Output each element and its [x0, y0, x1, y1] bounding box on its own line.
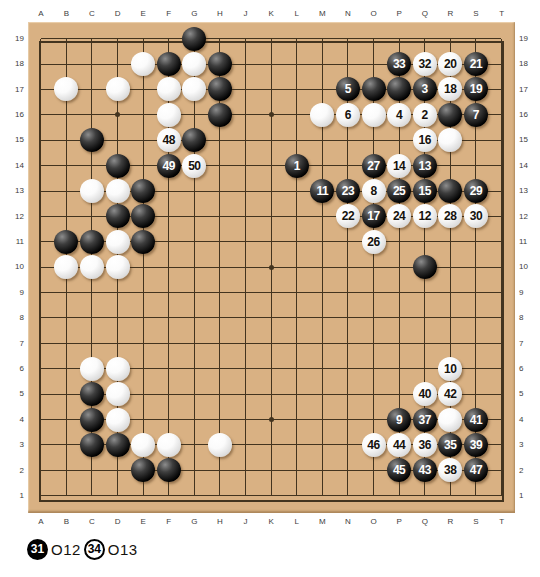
board-intersection[interactable]: [335, 255, 361, 280]
board-intersection[interactable]: [386, 280, 412, 305]
board-intersection[interactable]: [207, 26, 233, 51]
board-intersection[interactable]: [284, 255, 310, 280]
board-intersection[interactable]: [130, 178, 156, 203]
board-intersection[interactable]: [463, 356, 489, 381]
board-intersection[interactable]: [156, 255, 182, 280]
board-intersection[interactable]: [28, 204, 54, 229]
board-intersection[interactable]: [79, 483, 105, 508]
board-intersection[interactable]: [105, 178, 131, 203]
board-intersection[interactable]: [361, 483, 387, 508]
board-intersection[interactable]: [156, 458, 182, 483]
board-intersection[interactable]: [310, 407, 336, 432]
board-intersection[interactable]: [156, 204, 182, 229]
board-intersection[interactable]: 12: [412, 204, 438, 229]
board-intersection[interactable]: [284, 356, 310, 381]
board-intersection[interactable]: 37: [412, 407, 438, 432]
board-intersection[interactable]: [489, 229, 515, 254]
board-intersection[interactable]: 8: [361, 178, 387, 203]
board-intersection[interactable]: [258, 102, 284, 127]
board-intersection[interactable]: [412, 305, 438, 330]
board-intersection[interactable]: [207, 458, 233, 483]
board-intersection[interactable]: [361, 280, 387, 305]
board-intersection[interactable]: [130, 153, 156, 178]
board-intersection[interactable]: [335, 305, 361, 330]
board-intersection[interactable]: [207, 331, 233, 356]
board-intersection[interactable]: [79, 229, 105, 254]
board-intersection[interactable]: [207, 255, 233, 280]
board-intersection[interactable]: [28, 381, 54, 406]
board-intersection[interactable]: [310, 432, 336, 457]
board-intersection[interactable]: [438, 153, 464, 178]
board-intersection[interactable]: [258, 483, 284, 508]
board-intersection[interactable]: [258, 229, 284, 254]
board-intersection[interactable]: 49: [156, 153, 182, 178]
board-intersection[interactable]: [258, 458, 284, 483]
board-intersection[interactable]: [335, 356, 361, 381]
board-intersection[interactable]: 33: [386, 51, 412, 76]
board-intersection[interactable]: [284, 178, 310, 203]
board-intersection[interactable]: 30: [463, 204, 489, 229]
board-intersection[interactable]: [361, 407, 387, 432]
board-intersection[interactable]: [489, 204, 515, 229]
board-intersection[interactable]: [182, 102, 208, 127]
board-intersection[interactable]: [233, 381, 259, 406]
board-intersection[interactable]: [463, 26, 489, 51]
board-intersection[interactable]: [310, 280, 336, 305]
board-intersection[interactable]: [386, 381, 412, 406]
board-intersection[interactable]: [284, 407, 310, 432]
board-intersection[interactable]: [361, 458, 387, 483]
board-intersection[interactable]: [310, 483, 336, 508]
board-intersection[interactable]: [182, 280, 208, 305]
board-intersection[interactable]: 18: [438, 77, 464, 102]
board-intersection[interactable]: [156, 26, 182, 51]
board-intersection[interactable]: [156, 305, 182, 330]
board-intersection[interactable]: [284, 229, 310, 254]
board-intersection[interactable]: [386, 229, 412, 254]
board-intersection[interactable]: [489, 381, 515, 406]
board-intersection[interactable]: [438, 407, 464, 432]
board-intersection[interactable]: [54, 483, 80, 508]
board-intersection[interactable]: [79, 356, 105, 381]
board-intersection[interactable]: [386, 255, 412, 280]
board-intersection[interactable]: [284, 432, 310, 457]
board-intersection[interactable]: 4: [386, 102, 412, 127]
board-intersection[interactable]: [54, 432, 80, 457]
board-intersection[interactable]: [361, 356, 387, 381]
board-intersection[interactable]: [79, 305, 105, 330]
board-intersection[interactable]: [310, 153, 336, 178]
board-intersection[interactable]: 38: [438, 458, 464, 483]
board-intersection[interactable]: 9: [386, 407, 412, 432]
board-intersection[interactable]: [258, 407, 284, 432]
board-intersection[interactable]: [105, 483, 131, 508]
board-intersection[interactable]: [79, 407, 105, 432]
board-intersection[interactable]: [310, 229, 336, 254]
board-intersection[interactable]: [54, 305, 80, 330]
board-intersection[interactable]: [284, 26, 310, 51]
board-intersection[interactable]: [233, 26, 259, 51]
board-intersection[interactable]: 7: [463, 102, 489, 127]
board-intersection[interactable]: [156, 280, 182, 305]
board-intersection[interactable]: [361, 331, 387, 356]
board-intersection[interactable]: 39: [463, 432, 489, 457]
board-intersection[interactable]: [130, 483, 156, 508]
board-intersection[interactable]: [182, 77, 208, 102]
board-intersection[interactable]: [284, 77, 310, 102]
board-intersection[interactable]: [233, 102, 259, 127]
board-intersection[interactable]: [361, 255, 387, 280]
board-intersection[interactable]: [182, 381, 208, 406]
board-intersection[interactable]: [463, 331, 489, 356]
board-intersection[interactable]: [284, 483, 310, 508]
board-intersection[interactable]: [156, 178, 182, 203]
board-intersection[interactable]: [489, 305, 515, 330]
board-intersection[interactable]: [335, 26, 361, 51]
board-intersection[interactable]: [258, 204, 284, 229]
board-intersection[interactable]: 41: [463, 407, 489, 432]
board-intersection[interactable]: [54, 26, 80, 51]
board-intersection[interactable]: [335, 483, 361, 508]
board-intersection[interactable]: [207, 407, 233, 432]
board-intersection[interactable]: [207, 381, 233, 406]
board-intersection[interactable]: [79, 153, 105, 178]
board-intersection[interactable]: [182, 255, 208, 280]
board-intersection[interactable]: [182, 178, 208, 203]
board-intersection[interactable]: [156, 77, 182, 102]
board-intersection[interactable]: [489, 153, 515, 178]
board-intersection[interactable]: [258, 280, 284, 305]
board-intersection[interactable]: [258, 26, 284, 51]
board-intersection[interactable]: [233, 280, 259, 305]
board-intersection[interactable]: [284, 102, 310, 127]
board-intersection[interactable]: [182, 483, 208, 508]
board-intersection[interactable]: [412, 229, 438, 254]
board-intersection[interactable]: 48: [156, 128, 182, 153]
board-intersection[interactable]: 26: [361, 229, 387, 254]
board-intersection[interactable]: [489, 407, 515, 432]
board-intersection[interactable]: [54, 77, 80, 102]
board-intersection[interactable]: [335, 229, 361, 254]
board-intersection[interactable]: [258, 51, 284, 76]
board-intersection[interactable]: [233, 153, 259, 178]
board-intersection[interactable]: [284, 331, 310, 356]
board-intersection[interactable]: [156, 102, 182, 127]
board-intersection[interactable]: [284, 128, 310, 153]
board-intersection[interactable]: [335, 381, 361, 406]
board-intersection[interactable]: [438, 331, 464, 356]
board-intersection[interactable]: [156, 381, 182, 406]
board-intersection[interactable]: [489, 77, 515, 102]
board-intersection[interactable]: [386, 331, 412, 356]
board-intersection[interactable]: 13: [412, 153, 438, 178]
board-intersection[interactable]: [233, 407, 259, 432]
board-intersection[interactable]: 25: [386, 178, 412, 203]
board-intersection[interactable]: [79, 381, 105, 406]
board-intersection[interactable]: [105, 305, 131, 330]
board-intersection[interactable]: [130, 51, 156, 76]
board-intersection[interactable]: [258, 128, 284, 153]
board-intersection[interactable]: [54, 204, 80, 229]
board-intersection[interactable]: [233, 356, 259, 381]
board-intersection[interactable]: [207, 356, 233, 381]
board-intersection[interactable]: [463, 483, 489, 508]
board-intersection[interactable]: [233, 305, 259, 330]
board-intersection[interactable]: [105, 204, 131, 229]
board-intersection[interactable]: [310, 356, 336, 381]
board-intersection[interactable]: 2: [412, 102, 438, 127]
board-intersection[interactable]: [79, 204, 105, 229]
board-intersection[interactable]: [310, 458, 336, 483]
board-intersection[interactable]: 15: [412, 178, 438, 203]
board-intersection[interactable]: 14: [386, 153, 412, 178]
board-intersection[interactable]: [386, 305, 412, 330]
board-intersection[interactable]: [310, 381, 336, 406]
board-intersection[interactable]: [54, 458, 80, 483]
board-intersection[interactable]: [28, 51, 54, 76]
board-intersection[interactable]: [386, 77, 412, 102]
board-intersection[interactable]: [489, 458, 515, 483]
board-intersection[interactable]: 40: [412, 381, 438, 406]
board-intersection[interactable]: [284, 305, 310, 330]
board-intersection[interactable]: [207, 51, 233, 76]
board-intersection[interactable]: [54, 51, 80, 76]
board-intersection[interactable]: [207, 280, 233, 305]
board-intersection[interactable]: [463, 153, 489, 178]
board-intersection[interactable]: [105, 381, 131, 406]
board-intersection[interactable]: [489, 483, 515, 508]
board-intersection[interactable]: [207, 204, 233, 229]
board-intersection[interactable]: [182, 331, 208, 356]
board-intersection[interactable]: [489, 128, 515, 153]
board-intersection[interactable]: [130, 356, 156, 381]
board-intersection[interactable]: [54, 102, 80, 127]
board-intersection[interactable]: 16: [412, 128, 438, 153]
board-intersection[interactable]: [79, 432, 105, 457]
board-intersection[interactable]: [182, 128, 208, 153]
board-intersection[interactable]: [28, 229, 54, 254]
board-intersection[interactable]: [438, 280, 464, 305]
board-intersection[interactable]: [284, 458, 310, 483]
board-intersection[interactable]: [182, 51, 208, 76]
board-intersection[interactable]: [54, 178, 80, 203]
board-intersection[interactable]: [130, 381, 156, 406]
board-intersection[interactable]: [361, 305, 387, 330]
board-intersection[interactable]: [489, 331, 515, 356]
board-intersection[interactable]: [156, 356, 182, 381]
board-intersection[interactable]: [284, 204, 310, 229]
board-intersection[interactable]: [489, 432, 515, 457]
board-intersection[interactable]: [54, 153, 80, 178]
board-intersection[interactable]: 28: [438, 204, 464, 229]
board-intersection[interactable]: [233, 77, 259, 102]
board-intersection[interactable]: [28, 77, 54, 102]
board-intersection[interactable]: [412, 483, 438, 508]
board-intersection[interactable]: [489, 178, 515, 203]
board-intersection[interactable]: [335, 407, 361, 432]
board-intersection[interactable]: [463, 280, 489, 305]
board-intersection[interactable]: [284, 51, 310, 76]
board-intersection[interactable]: [130, 305, 156, 330]
board-intersection[interactable]: 17: [361, 204, 387, 229]
board-intersection[interactable]: [438, 229, 464, 254]
board-intersection[interactable]: [258, 77, 284, 102]
board-intersection[interactable]: [28, 128, 54, 153]
board-intersection[interactable]: 43: [412, 458, 438, 483]
board-intersection[interactable]: [130, 280, 156, 305]
board-intersection[interactable]: [284, 280, 310, 305]
board-intersection[interactable]: [258, 178, 284, 203]
board-intersection[interactable]: [233, 331, 259, 356]
board-intersection[interactable]: [438, 483, 464, 508]
board-intersection[interactable]: [130, 26, 156, 51]
board-intersection[interactable]: 50: [182, 153, 208, 178]
board-intersection[interactable]: [361, 102, 387, 127]
board-intersection[interactable]: [130, 229, 156, 254]
board-intersection[interactable]: [79, 102, 105, 127]
board-intersection[interactable]: [105, 356, 131, 381]
board-intersection[interactable]: [258, 331, 284, 356]
board-intersection[interactable]: [54, 280, 80, 305]
board-intersection[interactable]: [130, 432, 156, 457]
board-intersection[interactable]: [207, 178, 233, 203]
board-intersection[interactable]: [386, 356, 412, 381]
board-intersection[interactable]: [28, 280, 54, 305]
board-intersection[interactable]: [28, 356, 54, 381]
board-intersection[interactable]: [233, 483, 259, 508]
board-intersection[interactable]: [335, 153, 361, 178]
board-intersection[interactable]: [207, 128, 233, 153]
board-intersection[interactable]: [233, 178, 259, 203]
board-intersection[interactable]: [386, 128, 412, 153]
board-intersection[interactable]: [233, 204, 259, 229]
board-intersection[interactable]: [361, 128, 387, 153]
board-intersection[interactable]: [258, 255, 284, 280]
board-intersection[interactable]: 10: [438, 356, 464, 381]
board-intersection[interactable]: [79, 255, 105, 280]
board-intersection[interactable]: [54, 229, 80, 254]
board-intersection[interactable]: [438, 102, 464, 127]
board-intersection[interactable]: 46: [361, 432, 387, 457]
board-intersection[interactable]: [233, 128, 259, 153]
board-intersection[interactable]: [335, 458, 361, 483]
board-intersection[interactable]: [182, 305, 208, 330]
board-intersection[interactable]: [310, 77, 336, 102]
board-intersection[interactable]: [489, 280, 515, 305]
board-intersection[interactable]: 19: [463, 77, 489, 102]
board-intersection[interactable]: [258, 356, 284, 381]
board-intersection[interactable]: [105, 255, 131, 280]
board-intersection[interactable]: [207, 102, 233, 127]
board-intersection[interactable]: [105, 432, 131, 457]
board-intersection[interactable]: 32: [412, 51, 438, 76]
board-intersection[interactable]: [207, 432, 233, 457]
board-intersection[interactable]: [28, 407, 54, 432]
board-intersection[interactable]: [105, 331, 131, 356]
board-intersection[interactable]: [412, 26, 438, 51]
board-intersection[interactable]: [489, 102, 515, 127]
board-intersection[interactable]: [182, 432, 208, 457]
board-intersection[interactable]: [463, 305, 489, 330]
board-intersection[interactable]: [105, 458, 131, 483]
board-intersection[interactable]: [105, 229, 131, 254]
board-intersection[interactable]: [258, 432, 284, 457]
board-intersection[interactable]: [28, 331, 54, 356]
board-intersection[interactable]: [310, 305, 336, 330]
board-intersection[interactable]: 42: [438, 381, 464, 406]
board-intersection[interactable]: [386, 26, 412, 51]
board-intersection[interactable]: [489, 51, 515, 76]
board-intersection[interactable]: [438, 255, 464, 280]
board-intersection[interactable]: 6: [335, 102, 361, 127]
board-intersection[interactable]: [233, 255, 259, 280]
board-intersection[interactable]: [105, 128, 131, 153]
board-intersection[interactable]: [310, 128, 336, 153]
board-intersection[interactable]: [79, 128, 105, 153]
board-intersection[interactable]: [310, 51, 336, 76]
board-intersection[interactable]: [335, 432, 361, 457]
board-intersection[interactable]: [489, 26, 515, 51]
board-intersection[interactable]: [258, 153, 284, 178]
board-intersection[interactable]: 23: [335, 178, 361, 203]
board-intersection[interactable]: [28, 102, 54, 127]
board-intersection[interactable]: [156, 483, 182, 508]
board-intersection[interactable]: [79, 51, 105, 76]
board-intersection[interactable]: [489, 255, 515, 280]
board-intersection[interactable]: [105, 280, 131, 305]
board-intersection[interactable]: [156, 407, 182, 432]
board-intersection[interactable]: [412, 255, 438, 280]
board-intersection[interactable]: [463, 381, 489, 406]
board-intersection[interactable]: [182, 458, 208, 483]
board-intersection[interactable]: [310, 26, 336, 51]
board-intersection[interactable]: [105, 153, 131, 178]
board-intersection[interactable]: 11: [310, 178, 336, 203]
board-intersection[interactable]: [233, 229, 259, 254]
board-intersection[interactable]: [284, 381, 310, 406]
board-intersection[interactable]: [258, 305, 284, 330]
board-intersection[interactable]: [310, 102, 336, 127]
board-intersection[interactable]: [79, 280, 105, 305]
board-intersection[interactable]: [463, 128, 489, 153]
board-intersection[interactable]: 45: [386, 458, 412, 483]
board-intersection[interactable]: 22: [335, 204, 361, 229]
board-intersection[interactable]: [105, 102, 131, 127]
board-intersection[interactable]: [463, 255, 489, 280]
board-intersection[interactable]: [54, 381, 80, 406]
board-intersection[interactable]: [105, 26, 131, 51]
board-intersection[interactable]: [207, 77, 233, 102]
board-intersection[interactable]: [130, 77, 156, 102]
board-intersection[interactable]: [105, 77, 131, 102]
board-intersection[interactable]: [54, 407, 80, 432]
board-intersection[interactable]: [361, 51, 387, 76]
board-intersection[interactable]: [182, 356, 208, 381]
board-intersection[interactable]: [182, 204, 208, 229]
board-intersection[interactable]: [28, 255, 54, 280]
board-intersection[interactable]: [310, 331, 336, 356]
board-intersection[interactable]: [310, 255, 336, 280]
board-intersection[interactable]: [386, 483, 412, 508]
board-intersection[interactable]: [361, 26, 387, 51]
board-intersection[interactable]: [28, 26, 54, 51]
board-intersection[interactable]: 35: [438, 432, 464, 457]
board-intersection[interactable]: [207, 229, 233, 254]
board-intersection[interactable]: [130, 204, 156, 229]
board-intersection[interactable]: [156, 51, 182, 76]
board-intersection[interactable]: [28, 483, 54, 508]
board-intersection[interactable]: [438, 128, 464, 153]
